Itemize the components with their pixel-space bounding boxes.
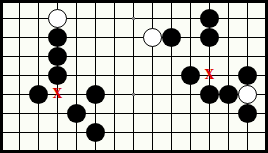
black-stone [48, 66, 67, 85]
white-stone [48, 9, 67, 28]
grid-line-vertical [133, 3, 134, 150]
grid-line-horizontal [3, 37, 265, 38]
star-point [132, 17, 135, 20]
grid-line-horizontal [3, 75, 265, 76]
black-stone [48, 47, 67, 66]
black-stone [200, 85, 219, 104]
white-stone [238, 85, 257, 104]
black-stone [48, 28, 67, 47]
star-point [132, 93, 135, 96]
grid-line-horizontal [3, 132, 265, 133]
grid-line-vertical [152, 3, 153, 150]
black-stone [219, 85, 238, 104]
grid-line-vertical [19, 3, 20, 150]
grid-line-vertical [114, 3, 115, 150]
black-stone [200, 28, 219, 47]
black-stone [181, 66, 200, 85]
grid-line-horizontal [3, 113, 265, 114]
black-stone [67, 104, 86, 123]
grid-line-vertical [171, 3, 172, 150]
mark-x: X [48, 85, 67, 104]
grid-line-horizontal [3, 56, 265, 57]
grid-line-vertical [38, 3, 39, 150]
grid-line-vertical [76, 3, 77, 150]
mark-x: X [200, 66, 219, 85]
black-stone [238, 104, 257, 123]
black-stone [162, 28, 181, 47]
black-stone [86, 85, 105, 104]
white-stone [143, 28, 162, 47]
black-stone [200, 9, 219, 28]
black-stone [29, 85, 48, 104]
go-board-diagram: XX [0, 0, 268, 153]
grid-line-vertical [228, 3, 229, 150]
black-stone [238, 66, 257, 85]
black-stone [86, 123, 105, 142]
